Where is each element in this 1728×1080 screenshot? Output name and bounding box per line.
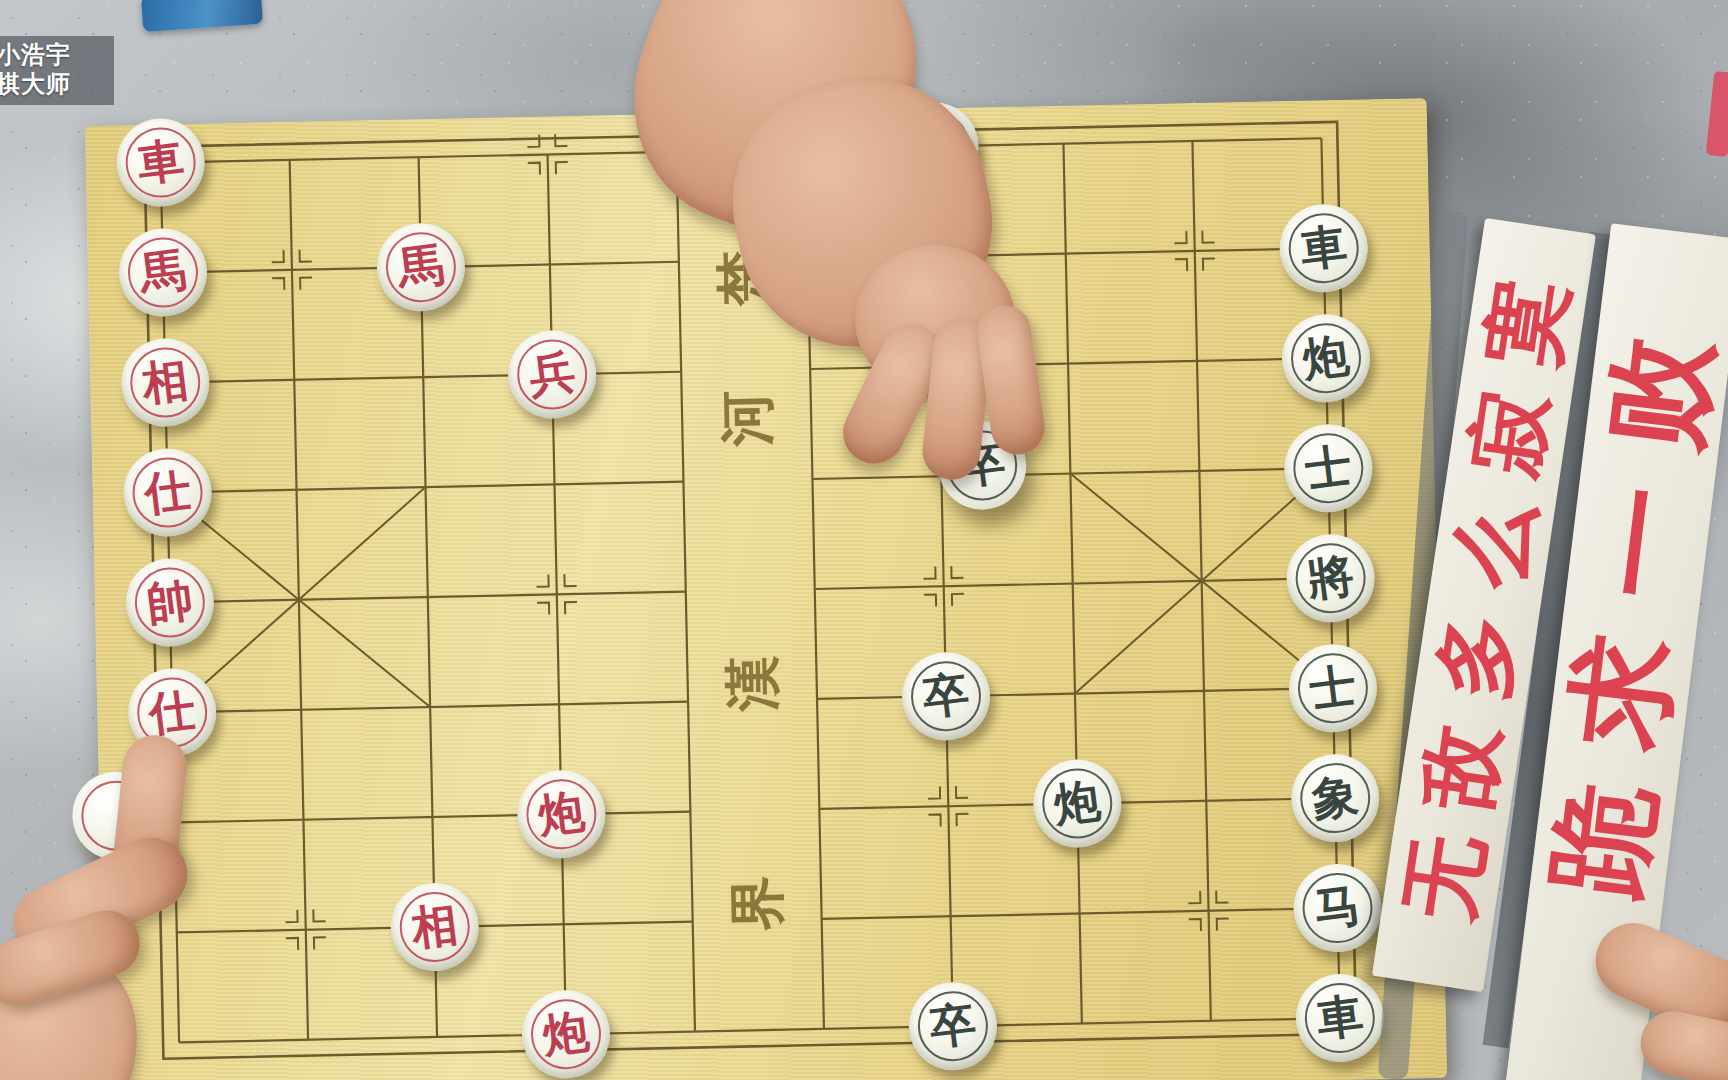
piece-black-cannon[interactable]: 炮: [1281, 313, 1371, 403]
piece-red-general[interactable]: 帥: [125, 558, 215, 648]
piece-black-chariot[interactable]: 車: [1295, 973, 1385, 1063]
banner-a-char-2: 寂: [1455, 379, 1564, 488]
piece-character: 帥: [121, 553, 219, 651]
piece-red-soldier[interactable]: 兵: [507, 330, 597, 420]
banner-a-char-3: 么: [1438, 490, 1547, 599]
river-character-2: 河: [709, 383, 786, 455]
piece-red-elephant[interactable]: 相: [390, 882, 480, 972]
piece-black-advisor[interactable]: 士: [1283, 423, 1373, 513]
watermark-badge: 小浩宇 棋大师: [0, 36, 114, 105]
river-character-4: 界: [720, 867, 797, 939]
piece-character: 士: [1279, 419, 1377, 517]
piece-character: 士: [1284, 639, 1382, 737]
piece-character: 將: [1281, 529, 1379, 627]
piece-character: 車: [1275, 199, 1373, 297]
piece-black-advisor[interactable]: 士: [1288, 643, 1378, 733]
piece-character: 仕: [118, 443, 216, 541]
banner-a-char-4: 多: [1422, 601, 1531, 710]
piece-character: 車: [1291, 969, 1389, 1067]
piece-black-general[interactable]: 將: [1286, 533, 1376, 623]
piece-black-soldier[interactable]: 卒: [908, 981, 998, 1071]
piece-character: 马: [1288, 859, 1386, 957]
piece-red-horse[interactable]: 馬: [376, 222, 466, 312]
piece-character: 象: [1286, 749, 1384, 847]
piece-red-elephant[interactable]: 相: [120, 338, 210, 428]
piece-red-cannon[interactable]: 炮: [516, 769, 606, 859]
watermark-line2: 棋大师: [0, 70, 108, 99]
banner-b-char-2: 一: [1569, 472, 1709, 612]
piece-character: 炮: [517, 985, 615, 1080]
river-character-3: 漢: [715, 647, 792, 719]
piece-black-soldier[interactable]: 卒: [901, 651, 991, 741]
piece-character: 車: [111, 113, 209, 211]
piece-black-horse[interactable]: 马: [1293, 863, 1383, 953]
piece-red-horse[interactable]: 馬: [118, 228, 208, 318]
banner-a-char-1: 寞: [1472, 269, 1581, 378]
piece-character: 炮: [1028, 754, 1126, 852]
piece-character: 馬: [372, 218, 470, 316]
banner-b-char-3: 求: [1551, 621, 1691, 761]
piece-character: 炮: [1277, 309, 1375, 407]
piece-red-cannon[interactable]: 炮: [521, 989, 611, 1079]
piece-black-chariot[interactable]: 車: [1279, 203, 1369, 293]
banner-a-char-6: 无: [1389, 822, 1498, 931]
piece-character: 兵: [503, 325, 601, 423]
piece-red-advisor[interactable]: 仕: [123, 448, 213, 538]
piece-red-chariot[interactable]: 車: [116, 118, 206, 208]
banner-b-char-4: 跪: [1533, 770, 1673, 910]
banner-a-char-5: 敌: [1405, 712, 1514, 821]
watermark-line1: 小浩宇: [0, 41, 108, 70]
banner-b-char-1: 败: [1588, 323, 1728, 463]
piece-character: 炮: [512, 765, 610, 863]
piece-character: 卒: [897, 647, 995, 745]
piece-character: 相: [116, 333, 214, 431]
piece-character: 馬: [114, 223, 212, 321]
piece-character: 卒: [904, 977, 1002, 1075]
piece-character: 相: [386, 878, 484, 976]
piece-black-elephant[interactable]: 象: [1290, 753, 1380, 843]
piece-black-cannon[interactable]: 炮: [1032, 759, 1122, 849]
